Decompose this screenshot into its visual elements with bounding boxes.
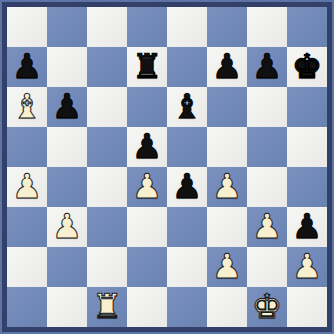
square-h1[interactable] — [287, 287, 327, 327]
square-h6[interactable] — [287, 87, 327, 127]
square-f6[interactable] — [207, 87, 247, 127]
piece-white-pawn[interactable]: ♟ — [212, 247, 242, 286]
square-h8[interactable] — [287, 7, 327, 47]
piece-black-pawn[interactable]: ♟ — [252, 47, 282, 86]
square-e2[interactable] — [167, 247, 207, 287]
piece-black-pawn[interactable]: ♟ — [132, 127, 162, 166]
square-h4[interactable] — [287, 167, 327, 207]
square-b5[interactable] — [47, 127, 87, 167]
square-c1[interactable]: ♜ — [87, 287, 127, 327]
square-f4[interactable]: ♟ — [207, 167, 247, 207]
piece-black-pawn[interactable]: ♟ — [12, 47, 42, 86]
chess-board-frame: ♟♜♟♟♚♝♟♝♟♟♟♟♟♟♟♟♟♟♜♚ — [0, 0, 334, 334]
square-g2[interactable] — [247, 247, 287, 287]
square-c8[interactable] — [87, 7, 127, 47]
piece-white-pawn[interactable]: ♟ — [212, 167, 242, 206]
square-f1[interactable] — [207, 287, 247, 327]
piece-black-pawn[interactable]: ♟ — [52, 87, 82, 126]
square-f3[interactable] — [207, 207, 247, 247]
piece-white-pawn[interactable]: ♟ — [252, 207, 282, 246]
square-g5[interactable] — [247, 127, 287, 167]
square-d2[interactable] — [127, 247, 167, 287]
square-g1[interactable]: ♚ — [247, 287, 287, 327]
square-b6[interactable]: ♟ — [47, 87, 87, 127]
square-g7[interactable]: ♟ — [247, 47, 287, 87]
square-d8[interactable] — [127, 7, 167, 47]
piece-black-pawn[interactable]: ♟ — [172, 167, 202, 206]
square-g3[interactable]: ♟ — [247, 207, 287, 247]
square-a6[interactable]: ♝ — [7, 87, 47, 127]
square-f8[interactable] — [207, 7, 247, 47]
square-b3[interactable]: ♟ — [47, 207, 87, 247]
square-b2[interactable] — [47, 247, 87, 287]
square-c7[interactable] — [87, 47, 127, 87]
square-b4[interactable] — [47, 167, 87, 207]
square-c5[interactable] — [87, 127, 127, 167]
square-a1[interactable] — [7, 287, 47, 327]
square-e7[interactable] — [167, 47, 207, 87]
square-b1[interactable] — [47, 287, 87, 327]
piece-white-king[interactable]: ♚ — [252, 287, 282, 326]
piece-white-pawn[interactable]: ♟ — [52, 207, 82, 246]
square-h7[interactable]: ♚ — [287, 47, 327, 87]
square-e8[interactable] — [167, 7, 207, 47]
square-d3[interactable] — [127, 207, 167, 247]
square-d7[interactable]: ♜ — [127, 47, 167, 87]
piece-black-bishop[interactable]: ♝ — [172, 87, 202, 126]
piece-white-pawn[interactable]: ♟ — [12, 167, 42, 206]
square-a8[interactable] — [7, 7, 47, 47]
piece-white-pawn[interactable]: ♟ — [292, 247, 322, 286]
piece-white-bishop[interactable]: ♝ — [12, 87, 42, 126]
square-e4[interactable]: ♟ — [167, 167, 207, 207]
square-f5[interactable] — [207, 127, 247, 167]
piece-black-pawn[interactable]: ♟ — [292, 207, 322, 246]
square-c4[interactable] — [87, 167, 127, 207]
square-d1[interactable] — [127, 287, 167, 327]
square-e6[interactable]: ♝ — [167, 87, 207, 127]
square-f2[interactable]: ♟ — [207, 247, 247, 287]
square-c3[interactable] — [87, 207, 127, 247]
square-g8[interactable] — [247, 7, 287, 47]
square-d5[interactable]: ♟ — [127, 127, 167, 167]
piece-black-king[interactable]: ♚ — [292, 47, 322, 86]
square-h2[interactable]: ♟ — [287, 247, 327, 287]
piece-black-pawn[interactable]: ♟ — [212, 47, 242, 86]
square-a2[interactable] — [7, 247, 47, 287]
square-e3[interactable] — [167, 207, 207, 247]
piece-black-rook[interactable]: ♜ — [132, 47, 162, 86]
square-d6[interactable] — [127, 87, 167, 127]
square-e5[interactable] — [167, 127, 207, 167]
square-a5[interactable] — [7, 127, 47, 167]
square-c6[interactable] — [87, 87, 127, 127]
square-h5[interactable] — [287, 127, 327, 167]
square-c2[interactable] — [87, 247, 127, 287]
square-a7[interactable]: ♟ — [7, 47, 47, 87]
piece-white-rook[interactable]: ♜ — [92, 287, 122, 326]
chess-board: ♟♜♟♟♚♝♟♝♟♟♟♟♟♟♟♟♟♟♜♚ — [7, 7, 327, 327]
square-g6[interactable] — [247, 87, 287, 127]
piece-white-pawn[interactable]: ♟ — [132, 167, 162, 206]
square-f7[interactable]: ♟ — [207, 47, 247, 87]
square-e1[interactable] — [167, 287, 207, 327]
square-h3[interactable]: ♟ — [287, 207, 327, 247]
square-a4[interactable]: ♟ — [7, 167, 47, 207]
square-b7[interactable] — [47, 47, 87, 87]
square-g4[interactable] — [247, 167, 287, 207]
square-a3[interactable] — [7, 207, 47, 247]
square-d4[interactable]: ♟ — [127, 167, 167, 207]
square-b8[interactable] — [47, 7, 87, 47]
